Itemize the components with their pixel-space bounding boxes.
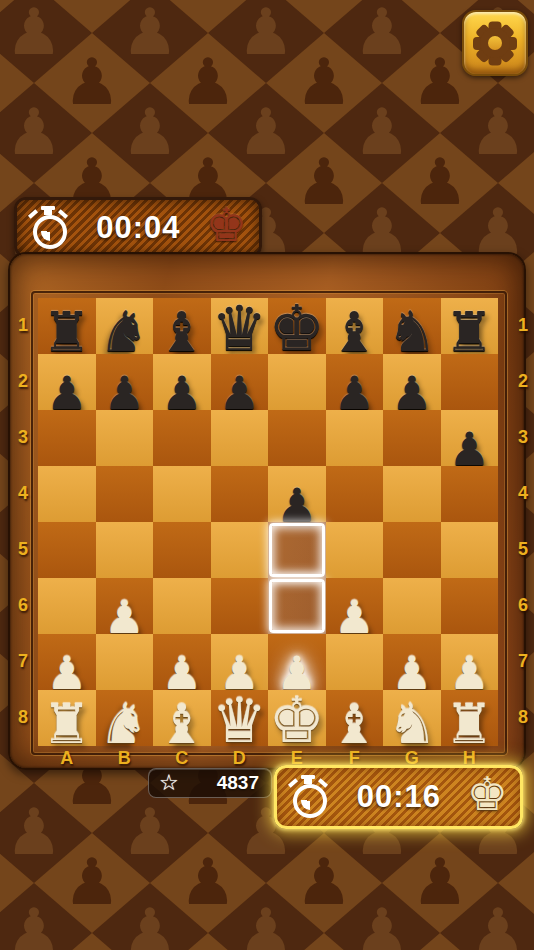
piece-white-bishop-F8[interactable]: ♝ xyxy=(330,697,379,752)
player-timer-panel: 00:16 ♚ xyxy=(274,765,523,829)
square-G6[interactable] xyxy=(383,578,441,634)
square-A6[interactable] xyxy=(38,578,96,634)
square-E4[interactable]: ♟ xyxy=(268,466,326,522)
background-pawn-icon: ♟ xyxy=(527,50,534,114)
square-A4[interactable] xyxy=(38,466,96,522)
square-F8[interactable]: ♝ xyxy=(326,690,384,746)
background-pawn-icon: ♟ xyxy=(63,850,120,914)
rank-label-right-2: 2 xyxy=(511,371,534,392)
square-D2[interactable]: ♟ xyxy=(211,354,269,410)
rank-label-left-7: 7 xyxy=(11,651,35,672)
background-pawn-icon: ♟ xyxy=(353,0,410,64)
background-pawn-icon: ♟ xyxy=(5,900,62,950)
square-F2[interactable]: ♟ xyxy=(326,354,384,410)
square-E5[interactable] xyxy=(268,522,326,578)
background-pawn-icon: ♟ xyxy=(5,800,62,864)
rank-label-left-2: 2 xyxy=(11,371,35,392)
rank-label-left-8: 8 xyxy=(11,707,35,728)
square-G5[interactable] xyxy=(383,522,441,578)
square-G3[interactable] xyxy=(383,410,441,466)
square-H3[interactable]: ♟ xyxy=(441,410,499,466)
square-D1[interactable]: ♛ xyxy=(211,298,269,354)
background-pawn-icon: ♟ xyxy=(0,850,5,914)
square-B7[interactable] xyxy=(96,634,154,690)
background-pawn-icon: ♟ xyxy=(0,350,5,414)
background-pawn-icon: ♟ xyxy=(237,0,294,64)
square-G8[interactable]: ♞ xyxy=(383,690,441,746)
score-value: 4837 xyxy=(179,772,259,794)
rank-label-left-1: 1 xyxy=(11,315,35,336)
background-pawn-icon: ♟ xyxy=(0,50,5,114)
background-pawn-icon: ♟ xyxy=(527,750,534,814)
square-E8[interactable]: ♚ xyxy=(268,690,326,746)
square-A5[interactable] xyxy=(38,522,96,578)
rank-label-right-8: 8 xyxy=(511,707,534,728)
background-pawn-icon: ♟ xyxy=(411,50,468,114)
background-pawn-icon: ♟ xyxy=(527,150,534,214)
piece-black-bishop-C1[interactable]: ♝ xyxy=(157,305,206,360)
square-C7[interactable]: ♟ xyxy=(153,634,211,690)
square-B1[interactable]: ♞ xyxy=(96,298,154,354)
square-D7[interactable]: ♟ xyxy=(211,634,269,690)
background-pawn-icon: ♟ xyxy=(0,450,5,514)
rank-label-left-6: 6 xyxy=(11,595,35,616)
piece-black-rook-A1[interactable]: ♜ xyxy=(42,305,91,360)
rank-label-left-5: 5 xyxy=(11,539,35,560)
piece-black-bishop-F1[interactable]: ♝ xyxy=(330,305,379,360)
piece-black-knight-B1[interactable]: ♞ xyxy=(99,304,149,360)
square-E2[interactable] xyxy=(268,354,326,410)
piece-white-knight-B8[interactable]: ♞ xyxy=(99,696,149,752)
opponent-timer-panel: 00:04 ♚ xyxy=(14,197,262,258)
star-icon: ☆ xyxy=(159,772,179,794)
black-king-icon: ♚ xyxy=(206,202,247,248)
square-H1[interactable]: ♜ xyxy=(441,298,499,354)
rank-label-right-6: 6 xyxy=(511,595,534,616)
piece-white-queen-D8[interactable]: ♛ xyxy=(211,690,267,752)
background-pawn-icon: ♟ xyxy=(353,100,410,164)
square-A3[interactable] xyxy=(38,410,96,466)
square-F1[interactable]: ♝ xyxy=(326,298,384,354)
square-E1[interactable]: ♚ xyxy=(268,298,326,354)
piece-black-rook-H1[interactable]: ♜ xyxy=(445,305,494,360)
rank-label-right-4: 4 xyxy=(511,483,534,504)
square-H2[interactable] xyxy=(441,354,499,410)
square-F3[interactable] xyxy=(326,410,384,466)
piece-white-rook-A8[interactable]: ♜ xyxy=(42,697,91,752)
background-pawn-icon: ♟ xyxy=(179,850,236,914)
board-squares: ♜♞♝♛♚♝♞♜♟♟♟♟♟♟♟♟♟♟♟♟♟♟♟♟♜♞♝♛♚♝♞♜ xyxy=(38,298,498,746)
background-pawn-icon: ♟ xyxy=(63,50,120,114)
square-F6[interactable]: ♟ xyxy=(326,578,384,634)
square-H4[interactable] xyxy=(441,466,499,522)
background-pawn-icon: ♟ xyxy=(5,0,62,64)
square-A1[interactable]: ♜ xyxy=(38,298,96,354)
square-A2[interactable]: ♟ xyxy=(38,354,96,410)
square-H5[interactable] xyxy=(441,522,499,578)
background-pawn-icon: ♟ xyxy=(527,450,534,514)
background-pawn-icon: ♟ xyxy=(469,900,526,950)
square-E7[interactable]: ♟ xyxy=(268,634,326,690)
square-B8[interactable]: ♞ xyxy=(96,690,154,746)
background-pawn-icon: ♟ xyxy=(469,100,526,164)
background-pawn-icon: ♟ xyxy=(0,250,5,314)
square-H8[interactable]: ♜ xyxy=(441,690,499,746)
background-pawn-icon: ♟ xyxy=(0,550,5,614)
square-G7[interactable]: ♟ xyxy=(383,634,441,690)
square-G1[interactable]: ♞ xyxy=(383,298,441,354)
rank-label-right-7: 7 xyxy=(511,651,534,672)
background-pawn-icon: ♟ xyxy=(295,150,352,214)
background-pawn-icon: ♟ xyxy=(0,650,5,714)
piece-white-bishop-C8[interactable]: ♝ xyxy=(157,697,206,752)
square-C4[interactable] xyxy=(153,466,211,522)
square-B6[interactable]: ♟ xyxy=(96,578,154,634)
square-D4[interactable] xyxy=(211,466,269,522)
white-king-icon: ♚ xyxy=(467,771,508,817)
square-B2[interactable]: ♟ xyxy=(96,354,154,410)
background-pawn-icon: ♟ xyxy=(237,100,294,164)
square-E3[interactable] xyxy=(268,410,326,466)
rank-label-right-1: 1 xyxy=(511,315,534,336)
square-F7[interactable] xyxy=(326,634,384,690)
background-pawn-icon: ♟ xyxy=(353,900,410,950)
background-pawn-icon: ♟ xyxy=(295,50,352,114)
square-G4[interactable] xyxy=(383,466,441,522)
piece-white-knight-G8[interactable]: ♞ xyxy=(387,696,437,752)
piece-black-queen-D1[interactable]: ♛ xyxy=(211,298,267,360)
background-pawn-icon: ♟ xyxy=(527,250,534,314)
background-pawn-icon: ♟ xyxy=(411,850,468,914)
square-B5[interactable] xyxy=(96,522,154,578)
square-D6[interactable] xyxy=(211,578,269,634)
background-pawn-icon: ♟ xyxy=(295,850,352,914)
background-pawn-icon: ♟ xyxy=(237,900,294,950)
score-badge: ☆ 4837 xyxy=(148,768,272,798)
square-D3[interactable] xyxy=(211,410,269,466)
background-pawn-icon: ♟ xyxy=(0,150,5,214)
square-G2[interactable]: ♟ xyxy=(383,354,441,410)
settings-button[interactable] xyxy=(462,10,528,76)
square-C2[interactable]: ♟ xyxy=(153,354,211,410)
square-H7[interactable]: ♟ xyxy=(441,634,499,690)
player-time-text: 00:16 xyxy=(339,779,459,815)
square-C5[interactable] xyxy=(153,522,211,578)
rank-label-right-5: 5 xyxy=(511,539,534,560)
square-H6[interactable] xyxy=(441,578,499,634)
square-C6[interactable] xyxy=(153,578,211,634)
rank-label-left-3: 3 xyxy=(11,427,35,448)
piece-black-knight-G1[interactable]: ♞ xyxy=(387,304,437,360)
square-A7[interactable]: ♟ xyxy=(38,634,96,690)
piece-black-king-E1[interactable]: ♚ xyxy=(269,297,325,360)
background-pawn-icon: ♟ xyxy=(179,50,236,114)
stopwatch-icon xyxy=(29,206,71,250)
background-pawn-icon: ♟ xyxy=(121,100,178,164)
rank-label-right-3: 3 xyxy=(511,427,534,448)
background-pawn-icon: ♟ xyxy=(411,150,468,214)
background-pawn-icon: ♟ xyxy=(121,0,178,64)
gear-icon xyxy=(472,20,518,66)
square-F5[interactable] xyxy=(326,522,384,578)
square-D8[interactable]: ♛ xyxy=(211,690,269,746)
chess-board: ♜♞♝♛♚♝♞♜♟♟♟♟♟♟♟♟♟♟♟♟♟♟♟♟♜♞♝♛♚♝♞♜ 1122334… xyxy=(8,252,526,770)
stopwatch-icon xyxy=(289,775,331,819)
background-pawn-icon: ♟ xyxy=(121,900,178,950)
background-pawn-icon: ♟ xyxy=(527,850,534,914)
opponent-time-text: 00:04 xyxy=(79,210,198,246)
background-pawn-icon: ♟ xyxy=(0,750,5,814)
square-E6[interactable] xyxy=(268,578,326,634)
square-B4[interactable] xyxy=(96,466,154,522)
background-pawn-icon: ♟ xyxy=(5,100,62,164)
square-F4[interactable] xyxy=(326,466,384,522)
rank-label-left-4: 4 xyxy=(11,483,35,504)
square-C3[interactable] xyxy=(153,410,211,466)
piece-white-king-E8[interactable]: ♚ xyxy=(269,689,325,752)
square-D5[interactable] xyxy=(211,522,269,578)
square-C1[interactable]: ♝ xyxy=(153,298,211,354)
square-B3[interactable] xyxy=(96,410,154,466)
background-pawn-icon: ♟ xyxy=(121,800,178,864)
square-C8[interactable]: ♝ xyxy=(153,690,211,746)
square-A8[interactable]: ♜ xyxy=(38,690,96,746)
piece-white-rook-H8[interactable]: ♜ xyxy=(445,697,494,752)
app-screen: ♟♟♟♟♟♟♟♟♟♟♟♟♟♟♟♟♟♟♟♟♟♟♟♟♟♟♟♟♟♟♟♟♟♟♟♟♟♟♟♟… xyxy=(0,0,534,950)
